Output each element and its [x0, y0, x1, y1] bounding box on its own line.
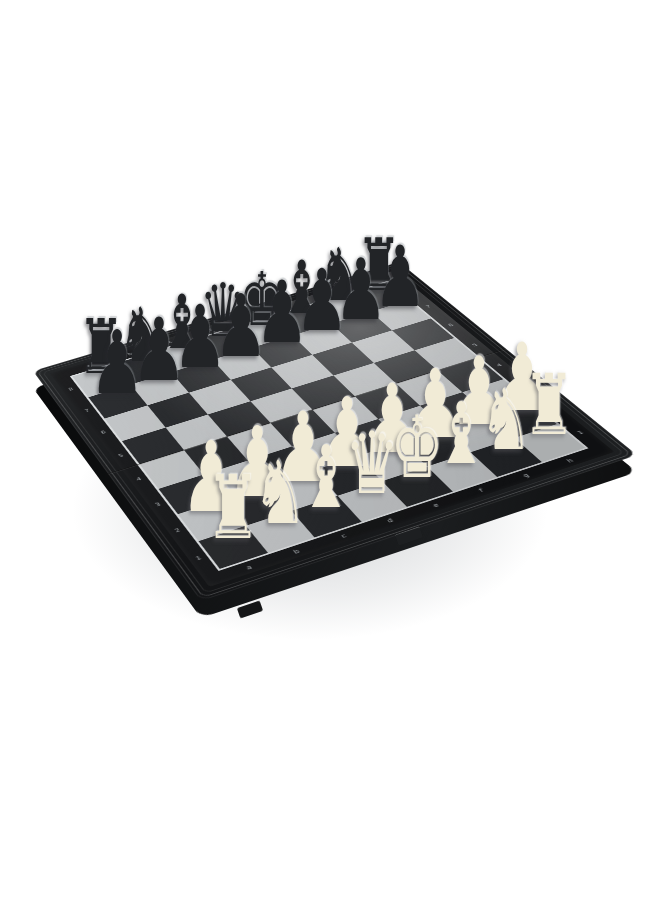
product-photo-page: aa88bb77cc66dd55ee44ff33gg22hh11 ♜♞♝♛♚♝♞…: [0, 0, 660, 900]
